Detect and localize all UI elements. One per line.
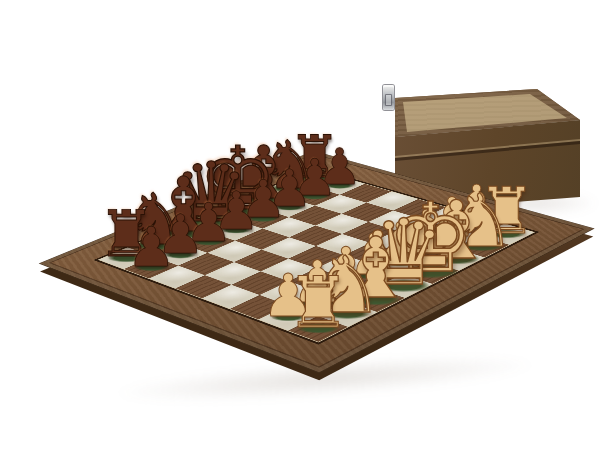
pieces-layer: ♜♞♝♛♚♝♞♜♟♟♟♟♟♟♟♟♟♟♟♟♟♟♟♟♜♞♝♛♚♝♞♜: [0, 0, 600, 450]
pawn-glyph: ♟: [127, 220, 176, 275]
product-photo-scene: ♜♞♝♛♚♝♞♜♟♟♟♟♟♟♟♟♟♟♟♟♟♟♟♟♜♞♝♛♚♝♞♜: [0, 0, 600, 450]
rook-glyph: ♜: [286, 268, 350, 339]
